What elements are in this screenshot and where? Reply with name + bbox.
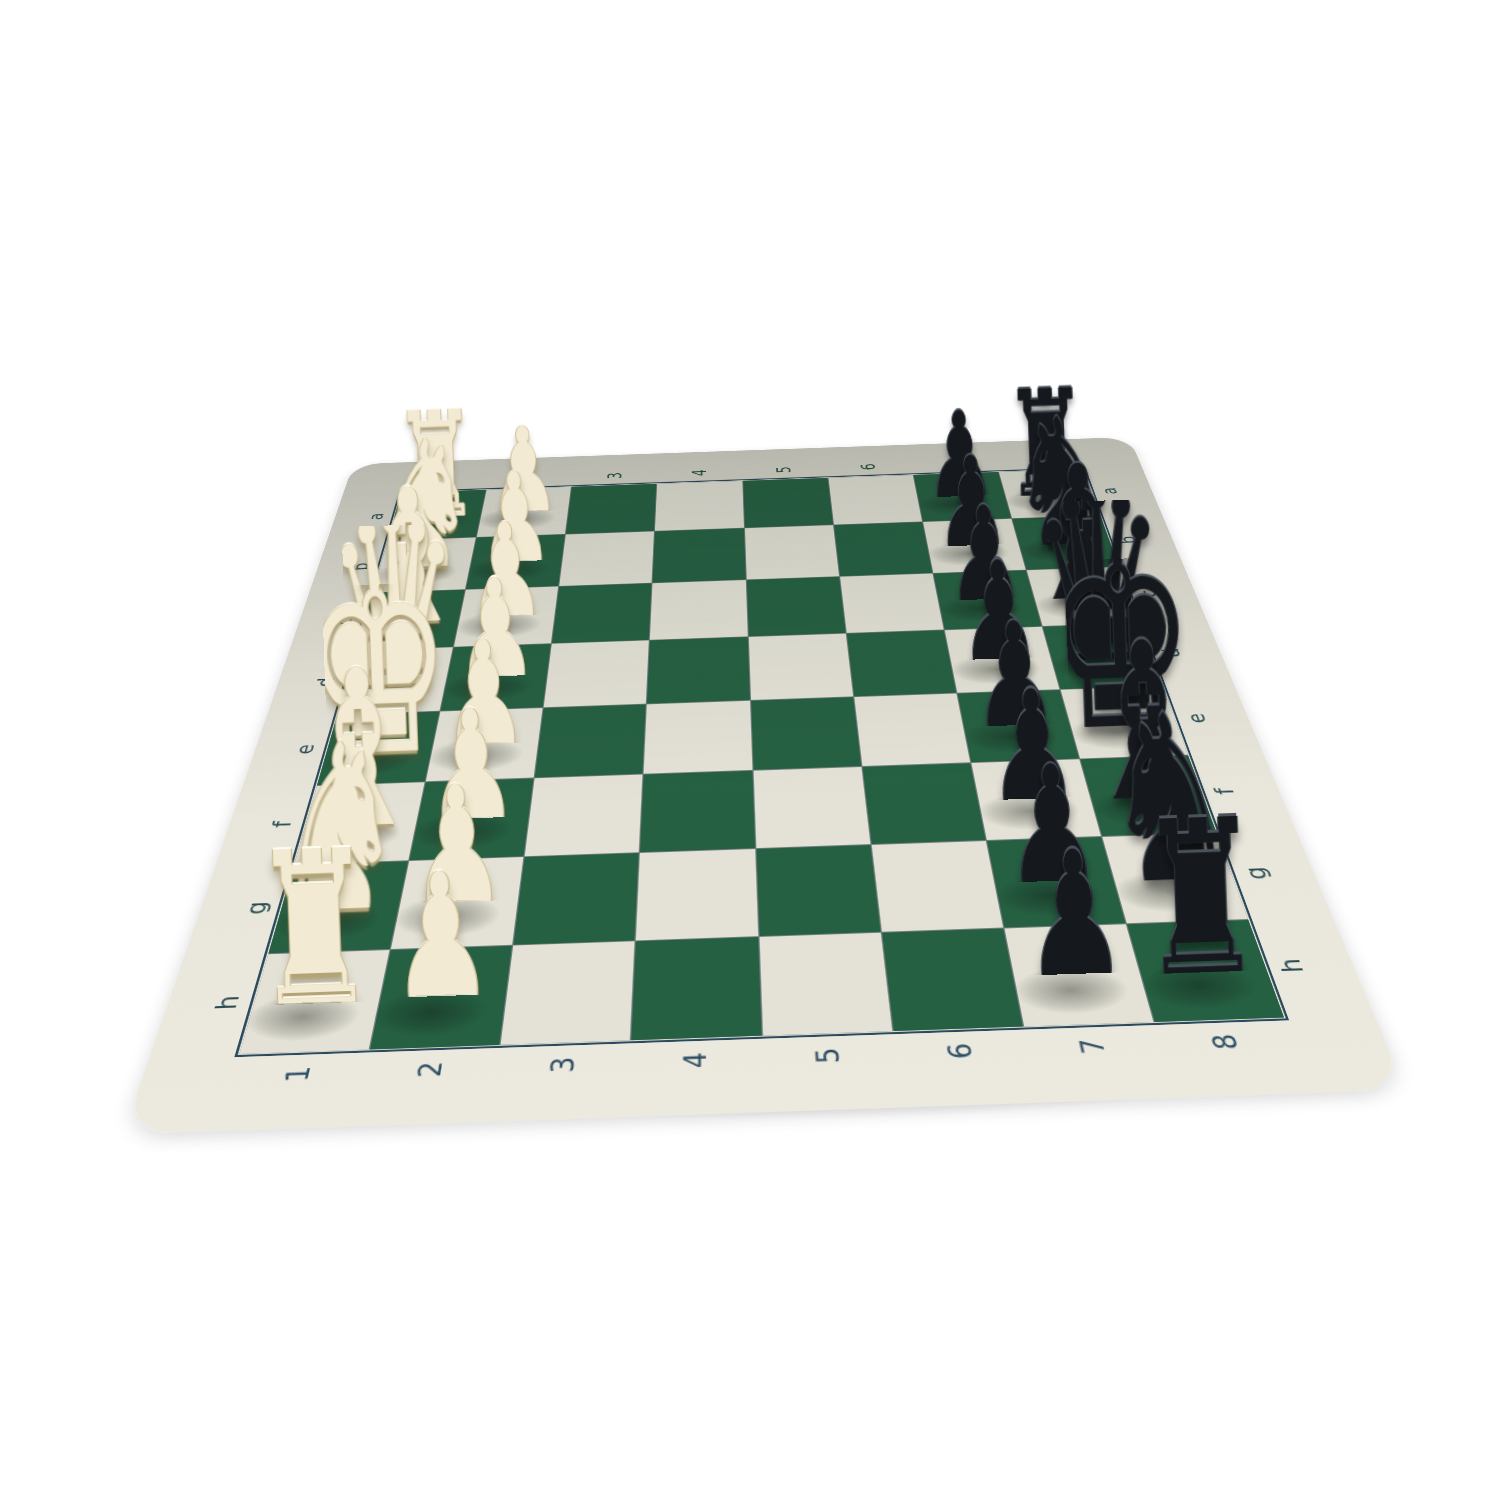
piece-shadow — [370, 886, 522, 947]
rank-label-bottom-5: 5 — [802, 1002, 857, 1113]
piece-shadow — [1001, 533, 1120, 569]
piece-shadow — [461, 503, 571, 536]
piece-shadow — [423, 665, 551, 709]
photo-tilt-wrapper: 12345678 12345678 abcdefgh abcdefgh ♜♟♟♜… — [285, 235, 1216, 1166]
piece-shadow — [1090, 862, 1250, 922]
piece-shadow — [1068, 781, 1218, 834]
rank-label-top-6: 6 — [851, 445, 888, 490]
piece-shadow — [437, 606, 558, 646]
rank-label-top-3: 3 — [598, 453, 632, 499]
chess-mat: 12345678 12345678 abcdefgh abcdefgh ♜♟♟♜… — [123, 437, 1406, 1135]
piece-shadow — [389, 804, 532, 858]
perspective-scene: 12345678 12345678 abcdefgh abcdefgh ♜♟♟♜… — [285, 235, 1216, 1166]
rank-label-top-5: 5 — [768, 448, 801, 493]
piece-shadow — [347, 979, 510, 1047]
piece-shadow — [1015, 586, 1141, 625]
piece-shadow — [1049, 709, 1190, 757]
piece-shadow — [1031, 644, 1164, 687]
rank-label-bottom-4: 4 — [672, 1007, 721, 1118]
product-photo: 12345678 12345678 abcdefgh abcdefgh ♜♟♟♜… — [0, 0, 1500, 1500]
piece-shadow — [450, 552, 565, 588]
piece-shadow — [988, 484, 1102, 517]
piece-shadow — [407, 731, 542, 780]
rank-label-top-4: 4 — [684, 450, 715, 496]
piece-shadow — [1114, 953, 1286, 1020]
